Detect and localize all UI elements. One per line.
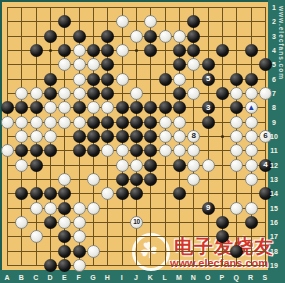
black-stone-M5[interactable] <box>173 58 186 71</box>
black-stone-H10[interactable] <box>101 130 114 143</box>
black-stone-R6[interactable] <box>245 73 258 86</box>
white-stone-C9[interactable] <box>30 116 43 129</box>
white-stone-I4[interactable] <box>116 44 129 57</box>
black-stone-N4[interactable] <box>187 44 200 57</box>
black-stone-H3[interactable] <box>101 30 114 43</box>
black-stone-J9[interactable] <box>130 116 143 129</box>
white-stone-A9[interactable] <box>1 116 14 129</box>
black-stone-K11[interactable] <box>144 144 157 157</box>
white-stone-L3[interactable] <box>159 30 172 43</box>
white-stone-B12[interactable] <box>15 159 28 172</box>
hoshi-point <box>135 49 138 52</box>
black-stone-B14[interactable] <box>15 187 28 200</box>
white-stone-G8[interactable] <box>87 101 100 114</box>
black-stone-M8[interactable] <box>173 101 186 114</box>
black-stone-O15[interactable]: 9 <box>202 202 215 215</box>
black-stone-O6[interactable]: 5 <box>202 73 215 86</box>
column-label-M: M <box>174 274 184 281</box>
row-label-2: 2 <box>269 18 279 25</box>
black-stone-O5[interactable] <box>202 58 215 71</box>
black-stone-H9[interactable] <box>101 116 114 129</box>
white-stone-N10[interactable]: 8 <box>187 130 200 143</box>
black-stone-H6[interactable] <box>101 73 114 86</box>
black-stone-P7[interactable] <box>216 87 229 100</box>
hoshi-point <box>49 49 52 52</box>
black-stone-I14[interactable] <box>116 187 129 200</box>
row-label-4: 4 <box>269 47 279 54</box>
black-stone-E2[interactable] <box>58 15 71 28</box>
white-stone-L11[interactable] <box>159 144 172 157</box>
black-stone-E18[interactable] <box>58 245 71 258</box>
black-stone-H4[interactable] <box>101 44 114 57</box>
white-stone-F16[interactable] <box>73 216 86 229</box>
black-stone-G9[interactable] <box>87 116 100 129</box>
black-stone-B11[interactable] <box>15 144 28 157</box>
black-stone-D16[interactable] <box>44 216 57 229</box>
white-stone-I2[interactable] <box>116 15 129 28</box>
white-stone-I11[interactable] <box>116 144 129 157</box>
white-stone-O12[interactable] <box>202 159 215 172</box>
column-label-H: H <box>102 274 112 281</box>
white-stone-K2[interactable] <box>144 15 157 28</box>
black-stone-M12[interactable] <box>173 159 186 172</box>
white-stone-N12[interactable] <box>187 159 200 172</box>
row-label-3: 3 <box>269 33 279 40</box>
black-stone-M14[interactable] <box>173 187 186 200</box>
white-stone-R9[interactable] <box>245 116 258 129</box>
white-stone-M9[interactable] <box>173 116 186 129</box>
black-stone-D19[interactable] <box>44 259 57 272</box>
black-stone-I8[interactable] <box>116 101 129 114</box>
triangle-icon: ▲ <box>247 104 255 112</box>
white-stone-C15[interactable] <box>30 202 43 215</box>
black-stone-F10[interactable] <box>73 130 86 143</box>
black-stone-I10[interactable] <box>116 130 129 143</box>
white-stone-R10[interactable] <box>245 130 258 143</box>
hoshi-point <box>221 135 224 138</box>
white-stone-F6[interactable] <box>73 73 86 86</box>
white-stone-J16[interactable]: 10 <box>130 216 143 229</box>
black-stone-E15[interactable] <box>58 202 71 215</box>
row-label-8: 8 <box>269 104 279 111</box>
white-stone-N11[interactable] <box>187 144 200 157</box>
black-stone-P17[interactable] <box>216 230 229 243</box>
white-stone-F19[interactable] <box>73 259 86 272</box>
black-stone-H5[interactable] <box>101 58 114 71</box>
black-stone-F11[interactable] <box>73 144 86 157</box>
black-stone-C8[interactable] <box>30 101 43 114</box>
black-stone-D14[interactable] <box>44 187 57 200</box>
black-stone-F18[interactable] <box>73 245 86 258</box>
black-stone-L8[interactable] <box>159 101 172 114</box>
black-stone-G11[interactable] <box>87 144 100 157</box>
white-stone-R8[interactable]: ▲ <box>245 101 258 114</box>
white-stone-E13[interactable] <box>58 173 71 186</box>
black-stone-J10[interactable] <box>130 130 143 143</box>
black-stone-N3[interactable] <box>187 30 200 43</box>
white-stone-G15[interactable] <box>87 202 100 215</box>
black-stone-C4[interactable] <box>30 44 43 57</box>
grid-hline <box>7 251 266 252</box>
row-label-15: 15 <box>269 205 279 212</box>
black-stone-G6[interactable] <box>87 73 100 86</box>
row-label-10: 10 <box>269 133 279 140</box>
column-label-N: N <box>188 274 198 281</box>
top-border <box>0 0 285 2</box>
white-stone-Q7[interactable] <box>230 87 243 100</box>
white-stone-H11[interactable] <box>101 144 114 157</box>
white-stone-D9[interactable] <box>44 116 57 129</box>
move-number-label: 9 <box>206 204 210 212</box>
column-label-J: J <box>131 274 141 281</box>
white-stone-E16[interactable] <box>58 216 71 229</box>
white-stone-G5[interactable] <box>87 58 100 71</box>
black-stone-C12[interactable] <box>30 159 43 172</box>
white-stone-D15[interactable] <box>44 202 57 215</box>
row-label-16: 16 <box>269 219 279 226</box>
black-stone-H7[interactable] <box>101 87 114 100</box>
vertical-watermark-url: www.elecfans.com <box>276 6 285 80</box>
black-stone-K8[interactable] <box>144 101 157 114</box>
black-stone-J13[interactable] <box>130 173 143 186</box>
row-label-9: 9 <box>269 119 279 126</box>
white-stone-C7[interactable] <box>30 87 43 100</box>
white-stone-E9[interactable] <box>58 116 71 129</box>
left-border <box>0 0 2 283</box>
white-stone-A11[interactable] <box>1 144 14 157</box>
black-stone-J11[interactable] <box>130 144 143 157</box>
white-stone-M10[interactable] <box>173 130 186 143</box>
black-stone-M4[interactable] <box>173 44 186 57</box>
move-number-label: 4 <box>263 161 267 169</box>
white-stone-B10[interactable] <box>15 130 28 143</box>
black-stone-Q6[interactable] <box>230 73 243 86</box>
grid-vline <box>208 7 209 266</box>
black-stone-R16[interactable] <box>245 216 258 229</box>
black-stone-I13[interactable] <box>116 173 129 186</box>
column-coordinate-strip <box>0 270 285 283</box>
white-stone-Q11[interactable] <box>230 144 243 157</box>
row-label-12: 12 <box>269 162 279 169</box>
white-stone-F7[interactable] <box>73 87 86 100</box>
row-label-14: 14 <box>269 190 279 197</box>
black-stone-R4[interactable] <box>245 44 258 57</box>
black-stone-B8[interactable] <box>15 101 28 114</box>
white-stone-Q15[interactable] <box>230 202 243 215</box>
white-stone-R12[interactable] <box>245 159 258 172</box>
white-stone-R11[interactable] <box>245 144 258 157</box>
white-stone-B7[interactable] <box>15 87 28 100</box>
column-label-P: P <box>217 274 227 281</box>
white-stone-H8[interactable] <box>101 101 114 114</box>
column-label-Q: Q <box>231 274 241 281</box>
black-stone-O9[interactable] <box>202 116 215 129</box>
white-stone-G18[interactable] <box>87 245 100 258</box>
white-stone-Q10[interactable] <box>230 130 243 143</box>
white-stone-N5[interactable] <box>187 58 200 71</box>
black-stone-M7[interactable] <box>173 87 186 100</box>
white-stone-B9[interactable] <box>15 116 28 129</box>
black-stone-E17[interactable] <box>58 230 71 243</box>
black-stone-D3[interactable] <box>44 30 57 43</box>
column-label-E: E <box>59 274 69 281</box>
white-stone-Q9[interactable] <box>230 116 243 129</box>
black-stone-E4[interactable] <box>58 44 71 57</box>
black-stone-C14[interactable] <box>30 187 43 200</box>
white-stone-F9[interactable] <box>73 116 86 129</box>
column-label-I: I <box>117 274 127 281</box>
column-label-B: B <box>16 274 26 281</box>
row-label-17: 17 <box>269 233 279 240</box>
black-stone-D11[interactable] <box>44 144 57 157</box>
column-label-S: S <box>260 274 270 281</box>
column-label-D: D <box>45 274 55 281</box>
row-label-19: 19 <box>269 262 279 269</box>
column-label-A: A <box>2 274 12 281</box>
white-stone-R7[interactable] <box>245 87 258 100</box>
black-stone-I9[interactable] <box>116 116 129 129</box>
column-label-F: F <box>74 274 84 281</box>
white-stone-M6[interactable] <box>173 73 186 86</box>
white-stone-E5[interactable] <box>58 58 71 71</box>
black-stone-F3[interactable] <box>73 30 86 43</box>
white-stone-L9[interactable] <box>159 116 172 129</box>
white-stone-L10[interactable] <box>159 130 172 143</box>
white-stone-F4[interactable] <box>73 44 86 57</box>
black-stone-C11[interactable] <box>30 144 43 157</box>
white-stone-H14[interactable] <box>101 187 114 200</box>
move-number-label: 3 <box>206 104 210 112</box>
white-stone-D8[interactable] <box>44 101 57 114</box>
row-label-13: 13 <box>269 176 279 183</box>
white-stone-J7[interactable] <box>130 87 143 100</box>
white-stone-G13[interactable] <box>87 173 100 186</box>
black-stone-F8[interactable] <box>73 101 86 114</box>
column-label-R: R <box>246 274 256 281</box>
black-stone-O8[interactable]: 3 <box>202 101 215 114</box>
white-stone-I12[interactable] <box>116 159 129 172</box>
white-stone-C17[interactable] <box>30 230 43 243</box>
row-label-6: 6 <box>269 76 279 83</box>
white-stone-R15[interactable] <box>245 202 258 215</box>
white-stone-N13[interactable] <box>187 173 200 186</box>
black-stone-G4[interactable] <box>87 44 100 57</box>
go-board-diagram: www.elecfans.com 电子发烧友 www.elecfans.com … <box>0 0 285 283</box>
watermark-site-url: www.elecfans.com <box>170 257 268 269</box>
black-stone-Q8[interactable] <box>230 101 243 114</box>
black-stone-K4[interactable] <box>144 44 157 57</box>
black-stone-A8[interactable] <box>1 101 14 114</box>
white-stone-C10[interactable] <box>30 130 43 143</box>
black-stone-E14[interactable] <box>58 187 71 200</box>
black-stone-D6[interactable] <box>44 73 57 86</box>
black-stone-G7[interactable] <box>87 87 100 100</box>
white-stone-R13[interactable] <box>245 173 258 186</box>
white-stone-E8[interactable] <box>58 101 71 114</box>
row-label-5: 5 <box>269 61 279 68</box>
white-stone-E7[interactable] <box>58 87 71 100</box>
row-label-7: 7 <box>269 90 279 97</box>
column-label-C: C <box>31 274 41 281</box>
white-stone-F17[interactable] <box>73 230 86 243</box>
column-label-L: L <box>160 274 170 281</box>
black-stone-D7[interactable] <box>44 87 57 100</box>
black-stone-N2[interactable] <box>187 15 200 28</box>
white-stone-M11[interactable] <box>173 144 186 157</box>
row-label-11: 11 <box>269 147 279 154</box>
black-stone-K9[interactable] <box>144 116 157 129</box>
white-stone-M3[interactable] <box>173 30 186 43</box>
white-stone-F5[interactable] <box>73 58 86 71</box>
column-label-K: K <box>145 274 155 281</box>
white-stone-D10[interactable] <box>44 130 57 143</box>
black-stone-Q18[interactable] <box>230 245 243 258</box>
black-stone-K12[interactable] <box>144 159 157 172</box>
white-stone-J12[interactable] <box>130 159 143 172</box>
black-stone-P16[interactable] <box>216 216 229 229</box>
black-stone-P4[interactable] <box>216 44 229 57</box>
move-number-label: 8 <box>192 132 196 140</box>
black-stone-K10[interactable] <box>144 130 157 143</box>
column-label-O: O <box>203 274 213 281</box>
white-stone-I6[interactable] <box>116 73 129 86</box>
white-stone-J3[interactable] <box>130 30 143 43</box>
white-stone-F15[interactable] <box>73 202 86 215</box>
column-label-G: G <box>88 274 98 281</box>
black-stone-K13[interactable] <box>144 173 157 186</box>
move-number-label: 10 <box>133 219 139 226</box>
white-stone-N7[interactable] <box>187 87 200 100</box>
row-label-18: 18 <box>269 248 279 255</box>
white-stone-B16[interactable] <box>15 216 28 229</box>
black-stone-L6[interactable] <box>159 73 172 86</box>
black-stone-K3[interactable] <box>144 30 157 43</box>
black-stone-G10[interactable] <box>87 130 100 143</box>
white-stone-Q12[interactable] <box>230 159 243 172</box>
move-number-label: 5 <box>206 75 210 83</box>
black-stone-J8[interactable] <box>130 101 143 114</box>
black-stone-J14[interactable] <box>130 187 143 200</box>
row-label-1: 1 <box>269 4 279 11</box>
move-number-label: 6 <box>263 132 267 140</box>
